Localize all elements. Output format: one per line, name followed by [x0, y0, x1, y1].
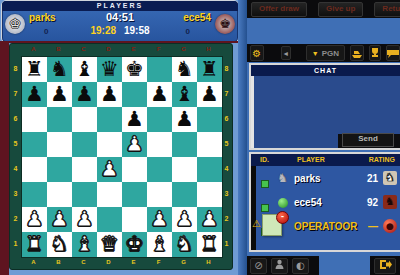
black-knight: ♞ [47, 57, 72, 82]
square-c5[interactable] [72, 132, 97, 157]
player-table-header: ID. PLAYER RATING [251, 154, 400, 166]
square-h5[interactable] [197, 132, 222, 157]
white-pawn: ♟ [72, 207, 97, 232]
white-clock: 19:28 [90, 25, 116, 36]
bottom-bar-left: ⊘ ◐ [247, 256, 319, 275]
gear-icon: ⚙ [252, 48, 261, 59]
contrast-button[interactable]: ◐ [292, 258, 309, 274]
warning-icon: ⚠ [252, 218, 261, 229]
file-labels-bottom: ABCDEFGH [21, 259, 221, 265]
square-b3[interactable] [47, 182, 72, 207]
square-d3[interactable] [97, 182, 122, 207]
coord-label-2: 2 [10, 206, 21, 231]
coord-label-b: B [46, 259, 71, 265]
square-a2[interactable]: ♟ [22, 207, 47, 232]
clocks: 19:28 19:58 [2, 25, 238, 36]
chat-bubble-icon [387, 49, 399, 58]
square-g5[interactable] [172, 132, 197, 157]
square-h4[interactable] [197, 157, 222, 182]
square-f8[interactable] [147, 57, 172, 82]
black-pawn: ♟ [72, 82, 97, 107]
square-h1[interactable]: ♜ [197, 232, 222, 257]
white-knight: ♞ [172, 232, 197, 257]
square-g6[interactable]: ♟ [172, 107, 197, 132]
coord-label-e: E [121, 46, 146, 52]
square-e1[interactable]: ♚ [122, 232, 147, 257]
remove-badge-icon[interactable]: - [276, 211, 289, 224]
square-a4[interactable] [22, 157, 47, 182]
black-piece-icon[interactable]: ♞ [383, 195, 397, 209]
black-pawn: ♟ [147, 82, 172, 107]
square-b5[interactable] [47, 132, 72, 157]
square-g3[interactable] [172, 182, 197, 207]
exit-icon [379, 259, 392, 270]
column-id: ID. [260, 156, 269, 163]
player-table: ID. PLAYER RATING ♞ parks 21 ♞ ece54 92 … [249, 152, 400, 252]
coord-label-8: 8 [10, 56, 21, 81]
square-g1[interactable]: ♞ [172, 232, 197, 257]
black-pawn: ♟ [197, 82, 222, 107]
square-c8[interactable]: ♝ [72, 57, 97, 82]
black-clock: 19:58 [124, 25, 150, 36]
square-a1[interactable]: ♜ [22, 232, 47, 257]
black-knight: ♞ [172, 57, 197, 82]
square-e7[interactable] [122, 82, 147, 107]
coord-label-3: 3 [10, 181, 21, 206]
table-row[interactable]: ece54 92 ♞ [256, 192, 400, 214]
square-g2[interactable]: ♟ [172, 207, 197, 232]
column-rating: RATING [369, 156, 395, 163]
square-e6[interactable]: ♟ [122, 107, 147, 132]
square-d5[interactable] [97, 132, 122, 157]
board-grid: ♜♞♝♛♚♞♜♟♟♟♟♟♝♟♟♟♟♟♟♟♟♟♟♟♜♞♝♛♚♝♞♜ [21, 56, 223, 258]
user-icon [275, 259, 284, 269]
give-up-button[interactable]: Give up [318, 2, 363, 17]
square-a5[interactable] [22, 132, 47, 157]
coord-label-6: 6 [10, 106, 21, 131]
square-f3[interactable] [147, 182, 172, 207]
square-b2[interactable]: ♟ [47, 207, 72, 232]
coord-label-4: 4 [10, 156, 21, 181]
offer-draw-button[interactable]: Offer draw [251, 2, 307, 17]
square-e8[interactable]: ♚ [122, 57, 147, 82]
square-g8[interactable]: ♞ [172, 57, 197, 82]
coord-label-c: C [71, 46, 96, 52]
square-f2[interactable]: ♟ [147, 207, 172, 232]
sound-button[interactable]: ◄ [281, 46, 291, 60]
game-action-bar: Offer draw Give up Return mat [247, 0, 400, 18]
square-f5[interactable] [147, 132, 172, 157]
square-c2[interactable]: ♟ [72, 207, 97, 232]
square-b1[interactable]: ♞ [47, 232, 72, 257]
square-b7[interactable]: ♟ [47, 82, 72, 107]
chat-title: CHAT [251, 65, 400, 76]
player-name: parks [294, 173, 321, 184]
right-panel: Offer draw Give up Return mat ⚙ ◄ ▼ PGN [247, 0, 400, 275]
chess-board: ABCDEFGH ABCDEFGH 87654321 87654321 ♜♞♝♛… [9, 43, 233, 270]
black-pawn: ♟ [47, 82, 72, 107]
trophy-icon [370, 48, 380, 58]
online-status-icon [261, 204, 269, 212]
square-f6[interactable] [147, 107, 172, 132]
black-rook: ♜ [22, 57, 47, 82]
toolbar: ⚙ ◄ ▼ PGN [247, 44, 400, 62]
black-pawn: ♟ [122, 107, 147, 132]
black-pawn: ♟ [22, 82, 47, 107]
white-pawn: ♟ [197, 207, 222, 232]
ship-icon [351, 49, 363, 58]
black-bishop: ♝ [72, 57, 97, 82]
white-pawn: ♟ [47, 207, 72, 232]
black-pawn: ♟ [172, 107, 197, 132]
bottom-bar: ⊘ ◐ [247, 256, 400, 275]
coord-label-g: G [171, 46, 196, 52]
coord-label-a: A [21, 46, 46, 52]
black-pawn: ♟ [97, 82, 122, 107]
white-pawn: ♟ [22, 207, 47, 232]
white-pawn: ♟ [172, 207, 197, 232]
chevron-down-icon: ▼ [312, 50, 319, 57]
white-rook: ♜ [22, 232, 47, 257]
square-c6[interactable] [72, 107, 97, 132]
speaker-icon: ◄ [282, 50, 289, 57]
square-e5[interactable]: ♟ [122, 132, 147, 157]
coord-label-1: 1 [10, 231, 21, 256]
coord-label-5: 5 [10, 131, 21, 156]
white-rook: ♜ [197, 232, 222, 257]
coord-label-c: C [71, 259, 96, 265]
white-piece-icon[interactable]: ♞ [383, 171, 397, 185]
square-f7[interactable]: ♟ [147, 82, 172, 107]
profile-button[interactable] [271, 258, 288, 274]
operator-icon[interactable]: ● [383, 219, 397, 233]
player-rating: 92 [367, 197, 378, 208]
chat-panel: CHAT Send [249, 63, 400, 150]
player-name: ece54 [294, 197, 322, 208]
online-status-icon [261, 180, 269, 188]
chat-scrollbar[interactable] [251, 76, 254, 148]
square-d4[interactable]: ♟ [97, 157, 122, 182]
square-a3[interactable] [22, 182, 47, 207]
return-mat-button[interactable]: Return mat [374, 2, 400, 17]
exit-button[interactable] [374, 258, 396, 274]
coord-label-d: D [96, 259, 121, 265]
table-row[interactable]: ⚠ - OPERATOOR — ● [256, 216, 400, 238]
white-knight: ♞ [47, 232, 72, 257]
square-d7[interactable]: ♟ [97, 82, 122, 107]
square-h2[interactable]: ♟ [197, 207, 222, 232]
board-left-edge [0, 41, 9, 275]
panel-divider [238, 0, 247, 275]
coord-label-b: B [46, 46, 71, 52]
square-c7[interactable]: ♟ [72, 82, 97, 107]
white-pawn: ♟ [97, 157, 122, 182]
white-queen: ♛ [97, 232, 122, 257]
green-ball-icon [278, 198, 288, 208]
white-pawn: ♟ [122, 132, 147, 157]
square-h8[interactable]: ♜ [197, 57, 222, 82]
block-icon: ⊘ [254, 260, 262, 271]
square-c1[interactable]: ♝ [72, 232, 97, 257]
square-b8[interactable]: ♞ [47, 57, 72, 82]
white-knight-icon: ♞ [276, 172, 289, 185]
chat-messages[interactable]: Send [251, 76, 400, 148]
player-rating: 21 [367, 173, 378, 184]
white-king: ♚ [122, 232, 147, 257]
coord-label-g: G [171, 259, 196, 265]
white-pawn: ♟ [147, 207, 172, 232]
square-e3[interactable] [122, 182, 147, 207]
square-f4[interactable] [147, 157, 172, 182]
square-h3[interactable] [197, 182, 222, 207]
square-b6[interactable] [47, 107, 72, 132]
square-d8[interactable]: ♛ [97, 57, 122, 82]
block-button[interactable]: ⊘ [250, 258, 267, 274]
black-queen: ♛ [97, 57, 122, 82]
white-bishop: ♝ [72, 232, 97, 257]
players-panel-title: PLAYERS [2, 1, 238, 11]
app-window: PLAYERS ♔ ♚ parks ece54 0 0 04:51 19:28 … [0, 0, 400, 275]
black-bishop: ♝ [172, 82, 197, 107]
coord-label-7: 7 [10, 81, 21, 106]
player-rating: — [368, 221, 378, 232]
send-button[interactable]: Send [342, 133, 394, 147]
black-rook: ♜ [197, 57, 222, 82]
square-h7[interactable]: ♟ [197, 82, 222, 107]
bottom-bar-right [370, 256, 400, 275]
table-row[interactable]: ♞ parks 21 ♞ [256, 168, 400, 190]
rank-labels-left: 87654321 [10, 56, 21, 256]
pgn-dropdown[interactable]: ▼ PGN [306, 45, 345, 61]
coord-label-h: H [196, 46, 221, 52]
square-e2[interactable] [122, 207, 147, 232]
square-f1[interactable]: ♝ [147, 232, 172, 257]
square-a7[interactable]: ♟ [22, 82, 47, 107]
message-button[interactable] [386, 45, 400, 61]
player-name: OPERATOOR [294, 221, 358, 232]
square-g4[interactable] [172, 157, 197, 182]
column-player: PLAYER [297, 156, 325, 163]
square-d2[interactable] [97, 207, 122, 232]
coord-label-e: E [121, 259, 146, 265]
square-g7[interactable]: ♝ [172, 82, 197, 107]
square-a6[interactable] [22, 107, 47, 132]
coord-label-a: A [21, 259, 46, 265]
square-h6[interactable] [197, 107, 222, 132]
white-bishop: ♝ [147, 232, 172, 257]
coord-label-f: F [146, 259, 171, 265]
coord-label-h: H [196, 259, 221, 265]
trophy-button[interactable] [369, 45, 381, 61]
square-a8[interactable]: ♜ [22, 57, 47, 82]
players-panel: PLAYERS ♔ ♚ parks ece54 0 0 04:51 19:28 … [1, 0, 239, 43]
pgn-label: PGN [322, 49, 339, 58]
game-timer: 04:51 [2, 11, 238, 23]
black-king: ♚ [122, 57, 147, 82]
coord-label-f: F [146, 46, 171, 52]
settings-button[interactable]: ⚙ [250, 45, 264, 61]
contrast-icon: ◐ [296, 260, 305, 271]
file-labels-top: ABCDEFGH [21, 46, 221, 52]
square-e4[interactable] [122, 157, 147, 182]
square-c3[interactable] [72, 182, 97, 207]
square-b4[interactable] [47, 157, 72, 182]
coord-label-d: D [96, 46, 121, 52]
square-d1[interactable]: ♛ [97, 232, 122, 257]
ship-button[interactable] [350, 45, 364, 61]
square-c4[interactable] [72, 157, 97, 182]
square-d6[interactable] [97, 107, 122, 132]
